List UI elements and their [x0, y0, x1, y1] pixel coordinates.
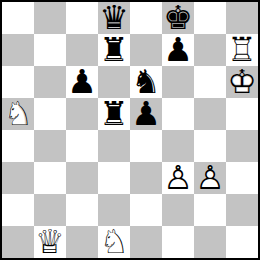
square-b1[interactable]: ♛♕	[34, 226, 66, 258]
square-c2[interactable]	[66, 194, 98, 226]
square-f1[interactable]	[162, 226, 194, 258]
square-g8[interactable]	[194, 2, 226, 34]
square-d7[interactable]: ♜	[98, 34, 130, 66]
square-e5[interactable]: ♟	[130, 98, 162, 130]
black-pawn-icon: ♟	[162, 34, 194, 66]
chess-board: ♛♚♜♟♜♖♟♞♚♔♞♘♜♟♟♙♟♙♛♕♞♘	[0, 0, 260, 260]
square-c3[interactable]	[66, 162, 98, 194]
white-pawn-icon: ♟♙	[162, 162, 194, 194]
square-h6[interactable]: ♚♔	[226, 66, 258, 98]
square-d1[interactable]: ♞♘	[98, 226, 130, 258]
square-f3[interactable]: ♟♙	[162, 162, 194, 194]
square-h4[interactable]	[226, 130, 258, 162]
white-pawn-icon: ♟♙	[194, 162, 226, 194]
white-knight-icon: ♞♘	[98, 226, 130, 258]
square-d4[interactable]	[98, 130, 130, 162]
square-g3[interactable]: ♟♙	[194, 162, 226, 194]
square-g2[interactable]	[194, 194, 226, 226]
square-e3[interactable]	[130, 162, 162, 194]
square-c4[interactable]	[66, 130, 98, 162]
square-f6[interactable]	[162, 66, 194, 98]
white-knight-icon: ♞♘	[2, 98, 34, 130]
square-b7[interactable]	[34, 34, 66, 66]
black-rook-icon: ♜	[98, 98, 130, 130]
square-g1[interactable]	[194, 226, 226, 258]
square-b5[interactable]	[34, 98, 66, 130]
white-king-icon: ♚♔	[226, 66, 258, 98]
square-d3[interactable]	[98, 162, 130, 194]
square-b3[interactable]	[34, 162, 66, 194]
square-e1[interactable]	[130, 226, 162, 258]
square-c8[interactable]	[66, 2, 98, 34]
square-a1[interactable]	[2, 226, 34, 258]
square-f2[interactable]	[162, 194, 194, 226]
black-pawn-icon: ♟	[66, 66, 98, 98]
square-a2[interactable]	[2, 194, 34, 226]
square-f5[interactable]	[162, 98, 194, 130]
square-g6[interactable]	[194, 66, 226, 98]
square-c5[interactable]	[66, 98, 98, 130]
square-a7[interactable]	[2, 34, 34, 66]
square-e2[interactable]	[130, 194, 162, 226]
square-a8[interactable]	[2, 2, 34, 34]
black-pawn-icon: ♟	[130, 98, 162, 130]
square-g7[interactable]	[194, 34, 226, 66]
square-c1[interactable]	[66, 226, 98, 258]
square-h1[interactable]	[226, 226, 258, 258]
square-g5[interactable]	[194, 98, 226, 130]
square-h3[interactable]	[226, 162, 258, 194]
square-c6[interactable]: ♟	[66, 66, 98, 98]
white-queen-icon: ♛♕	[34, 226, 66, 258]
square-d5[interactable]: ♜	[98, 98, 130, 130]
square-b8[interactable]	[34, 2, 66, 34]
square-a5[interactable]: ♞♘	[2, 98, 34, 130]
square-b4[interactable]	[34, 130, 66, 162]
square-a4[interactable]	[2, 130, 34, 162]
square-e4[interactable]	[130, 130, 162, 162]
square-e8[interactable]	[130, 2, 162, 34]
square-b6[interactable]	[34, 66, 66, 98]
square-h2[interactable]	[226, 194, 258, 226]
square-f7[interactable]: ♟	[162, 34, 194, 66]
square-h5[interactable]	[226, 98, 258, 130]
black-rook-icon: ♜	[98, 34, 130, 66]
square-a3[interactable]	[2, 162, 34, 194]
